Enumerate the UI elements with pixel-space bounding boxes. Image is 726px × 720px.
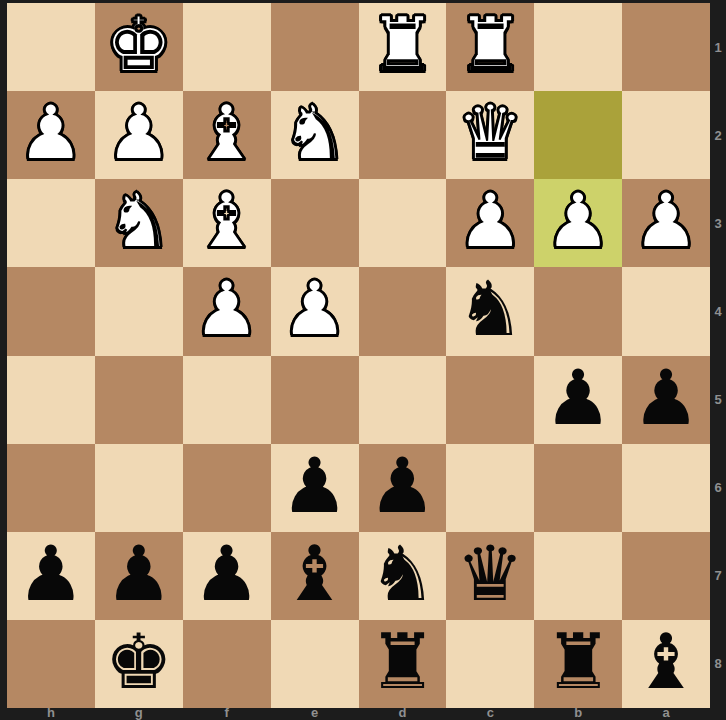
black-pawn[interactable]: ♟ <box>17 536 85 612</box>
square-g8[interactable]: ♚ <box>95 620 183 708</box>
square-b1[interactable] <box>534 3 622 91</box>
rank-label-6: 6 <box>710 444 726 532</box>
square-e6[interactable]: ♟ <box>271 444 359 532</box>
square-d5[interactable] <box>359 356 447 444</box>
square-c7[interactable]: ♛ <box>446 532 534 620</box>
file-label-b: b <box>534 707 622 720</box>
square-e1[interactable] <box>271 3 359 91</box>
white-king[interactable]: ♚ <box>105 7 173 83</box>
square-e3[interactable] <box>271 179 359 267</box>
square-d8[interactable]: ♜ <box>359 620 447 708</box>
rank-label-5: 5 <box>710 356 726 444</box>
square-f7[interactable]: ♟ <box>183 532 271 620</box>
square-d4[interactable] <box>359 267 447 355</box>
white-bishop[interactable]: ♝ <box>193 95 261 171</box>
square-h7[interactable]: ♟ <box>7 532 95 620</box>
square-c4[interactable]: ♞ <box>446 267 534 355</box>
square-h8[interactable] <box>7 620 95 708</box>
square-a5[interactable]: ♟ <box>622 356 710 444</box>
rank-label-4: 4 <box>710 267 726 355</box>
square-g4[interactable] <box>95 267 183 355</box>
square-g6[interactable] <box>95 444 183 532</box>
black-rook[interactable]: ♜ <box>544 624 612 700</box>
square-f3[interactable]: ♝ <box>183 179 271 267</box>
square-b4[interactable] <box>534 267 622 355</box>
black-queen[interactable]: ♛ <box>456 536 524 612</box>
black-rook[interactable]: ♜ <box>368 624 436 700</box>
file-label-c: c <box>446 707 534 720</box>
white-pawn[interactable]: ♟ <box>105 95 173 171</box>
square-h3[interactable] <box>7 179 95 267</box>
file-labels: hgfedcba <box>7 707 710 720</box>
file-label-g: g <box>95 707 183 720</box>
white-pawn[interactable]: ♟ <box>280 271 348 347</box>
square-f6[interactable] <box>183 444 271 532</box>
square-e5[interactable] <box>271 356 359 444</box>
square-a2[interactable] <box>622 91 710 179</box>
square-h4[interactable] <box>7 267 95 355</box>
square-h5[interactable] <box>7 356 95 444</box>
white-queen[interactable]: ♛ <box>456 95 524 171</box>
black-king[interactable]: ♚ <box>105 624 173 700</box>
square-c5[interactable] <box>446 356 534 444</box>
square-d3[interactable] <box>359 179 447 267</box>
black-knight[interactable]: ♞ <box>368 536 436 612</box>
file-label-d: d <box>359 707 447 720</box>
square-e2[interactable]: ♞ <box>271 91 359 179</box>
square-f4[interactable]: ♟ <box>183 267 271 355</box>
chess-board: ♚♜♜♟♟♝♞♛♞♝♟♟♟♟♟♞♟♟♟♟♟♟♟♝♞♛♚♜♜♝ <box>7 3 710 708</box>
square-g7[interactable]: ♟ <box>95 532 183 620</box>
square-f8[interactable] <box>183 620 271 708</box>
square-b3[interactable]: ♟ <box>534 179 622 267</box>
black-pawn[interactable]: ♟ <box>280 448 348 524</box>
white-knight[interactable]: ♞ <box>105 183 173 259</box>
square-c3[interactable]: ♟ <box>446 179 534 267</box>
square-a6[interactable] <box>622 444 710 532</box>
square-b8[interactable]: ♜ <box>534 620 622 708</box>
square-c1[interactable]: ♜ <box>446 3 534 91</box>
square-b7[interactable] <box>534 532 622 620</box>
rank-labels: 12345678 <box>710 3 726 708</box>
file-label-h: h <box>7 707 95 720</box>
rank-label-2: 2 <box>710 91 726 179</box>
white-pawn[interactable]: ♟ <box>632 183 700 259</box>
square-f5[interactable] <box>183 356 271 444</box>
square-e4[interactable]: ♟ <box>271 267 359 355</box>
white-rook[interactable]: ♜ <box>368 7 436 83</box>
square-c6[interactable] <box>446 444 534 532</box>
rank-label-8: 8 <box>710 620 726 708</box>
square-g5[interactable] <box>95 356 183 444</box>
square-d2[interactable] <box>359 91 447 179</box>
square-d7[interactable]: ♞ <box>359 532 447 620</box>
rank-label-3: 3 <box>710 179 726 267</box>
square-h6[interactable] <box>7 444 95 532</box>
square-b2[interactable] <box>534 91 622 179</box>
square-f1[interactable] <box>183 3 271 91</box>
square-h2[interactable]: ♟ <box>7 91 95 179</box>
square-e8[interactable] <box>271 620 359 708</box>
square-g3[interactable]: ♞ <box>95 179 183 267</box>
square-c2[interactable]: ♛ <box>446 91 534 179</box>
white-bishop[interactable]: ♝ <box>193 183 261 259</box>
white-pawn[interactable]: ♟ <box>456 183 524 259</box>
black-bishop[interactable]: ♝ <box>280 536 348 612</box>
square-a7[interactable] <box>622 532 710 620</box>
square-a1[interactable] <box>622 3 710 91</box>
square-e7[interactable]: ♝ <box>271 532 359 620</box>
black-pawn[interactable]: ♟ <box>632 360 700 436</box>
square-d6[interactable]: ♟ <box>359 444 447 532</box>
square-g2[interactable]: ♟ <box>95 91 183 179</box>
square-a8[interactable]: ♝ <box>622 620 710 708</box>
white-pawn[interactable]: ♟ <box>193 271 261 347</box>
white-pawn[interactable]: ♟ <box>544 183 612 259</box>
file-label-f: f <box>183 707 271 720</box>
square-a4[interactable] <box>622 267 710 355</box>
black-pawn[interactable]: ♟ <box>105 536 173 612</box>
square-b5[interactable]: ♟ <box>534 356 622 444</box>
black-pawn[interactable]: ♟ <box>193 536 261 612</box>
file-label-e: e <box>271 707 359 720</box>
black-pawn[interactable]: ♟ <box>368 448 436 524</box>
black-knight[interactable]: ♞ <box>456 271 524 347</box>
file-label-a: a <box>622 707 710 720</box>
square-a3[interactable]: ♟ <box>622 179 710 267</box>
square-b6[interactable] <box>534 444 622 532</box>
white-rook[interactable]: ♜ <box>456 7 524 83</box>
black-bishop[interactable]: ♝ <box>632 624 700 700</box>
white-pawn[interactable]: ♟ <box>17 95 85 171</box>
square-c8[interactable] <box>446 620 534 708</box>
square-h1[interactable] <box>7 3 95 91</box>
rank-label-7: 7 <box>710 532 726 620</box>
square-d1[interactable]: ♜ <box>359 3 447 91</box>
white-knight[interactable]: ♞ <box>280 95 348 171</box>
square-f2[interactable]: ♝ <box>183 91 271 179</box>
square-g1[interactable]: ♚ <box>95 3 183 91</box>
black-pawn[interactable]: ♟ <box>544 360 612 436</box>
rank-label-1: 1 <box>710 3 726 91</box>
